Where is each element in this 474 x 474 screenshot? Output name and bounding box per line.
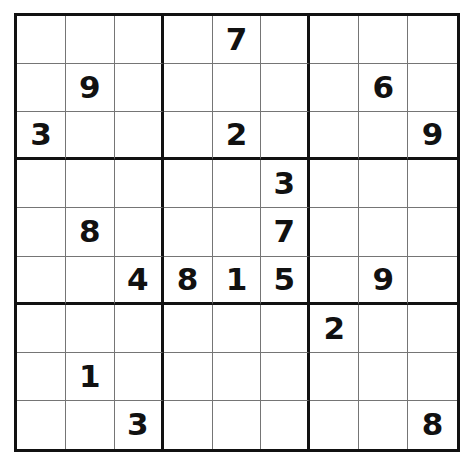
cell-r9c9[interactable]: 8 <box>408 401 457 449</box>
cell-r8c3[interactable] <box>115 353 164 401</box>
cell-r9c4[interactable] <box>164 401 213 449</box>
cell-r9c6[interactable] <box>261 401 310 449</box>
cell-r4c4[interactable] <box>164 160 213 208</box>
cell-r1c2[interactable] <box>66 16 115 64</box>
cell-r4c6[interactable]: 3 <box>261 160 310 208</box>
cell-r3c8[interactable] <box>359 112 408 160</box>
cell-r4c7[interactable] <box>310 160 359 208</box>
cell-r3c9[interactable]: 9 <box>408 112 457 160</box>
cell-r9c3[interactable]: 3 <box>115 401 164 449</box>
cell-r3c7[interactable] <box>310 112 359 160</box>
cell-r5c6[interactable]: 7 <box>261 208 310 256</box>
cell-r1c8[interactable] <box>359 16 408 64</box>
cell-r5c4[interactable] <box>164 208 213 256</box>
cell-r1c4[interactable] <box>164 16 213 64</box>
cell-r6c3[interactable]: 4 <box>115 257 164 305</box>
cell-r5c3[interactable] <box>115 208 164 256</box>
cell-r4c8[interactable] <box>359 160 408 208</box>
cell-r2c3[interactable] <box>115 64 164 112</box>
cell-r8c4[interactable] <box>164 353 213 401</box>
cell-r3c5[interactable]: 2 <box>213 112 262 160</box>
cell-r1c3[interactable] <box>115 16 164 64</box>
sudoku-board: 796329387481592138 <box>14 13 460 452</box>
cell-r7c8[interactable] <box>359 305 408 353</box>
cell-r8c7[interactable] <box>310 353 359 401</box>
cell-r4c9[interactable] <box>408 160 457 208</box>
cell-r6c1[interactable] <box>17 257 66 305</box>
cell-r2c2[interactable]: 9 <box>66 64 115 112</box>
cell-r5c5[interactable] <box>213 208 262 256</box>
cell-r6c7[interactable] <box>310 257 359 305</box>
cell-r6c6[interactable]: 5 <box>261 257 310 305</box>
cell-r4c1[interactable] <box>17 160 66 208</box>
cell-r7c9[interactable] <box>408 305 457 353</box>
cell-r4c5[interactable] <box>213 160 262 208</box>
cell-r8c9[interactable] <box>408 353 457 401</box>
cell-r5c2[interactable]: 8 <box>66 208 115 256</box>
cell-r7c7[interactable]: 2 <box>310 305 359 353</box>
cell-r7c4[interactable] <box>164 305 213 353</box>
cell-r6c5[interactable]: 1 <box>213 257 262 305</box>
cell-r1c5[interactable]: 7 <box>213 16 262 64</box>
cell-r2c9[interactable] <box>408 64 457 112</box>
cell-r1c9[interactable] <box>408 16 457 64</box>
cell-r7c6[interactable] <box>261 305 310 353</box>
cell-r2c1[interactable] <box>17 64 66 112</box>
cell-r7c2[interactable] <box>66 305 115 353</box>
cell-r5c8[interactable] <box>359 208 408 256</box>
cell-r3c1[interactable]: 3 <box>17 112 66 160</box>
cell-r4c2[interactable] <box>66 160 115 208</box>
cell-r9c1[interactable] <box>17 401 66 449</box>
cell-r3c2[interactable] <box>66 112 115 160</box>
cell-r6c4[interactable]: 8 <box>164 257 213 305</box>
cell-r2c8[interactable]: 6 <box>359 64 408 112</box>
cell-r7c3[interactable] <box>115 305 164 353</box>
cell-r3c6[interactable] <box>261 112 310 160</box>
cell-r9c8[interactable] <box>359 401 408 449</box>
cell-r1c1[interactable] <box>17 16 66 64</box>
cell-r7c1[interactable] <box>17 305 66 353</box>
cell-r6c8[interactable]: 9 <box>359 257 408 305</box>
cell-r9c2[interactable] <box>66 401 115 449</box>
cell-r2c5[interactable] <box>213 64 262 112</box>
cell-r8c5[interactable] <box>213 353 262 401</box>
cell-r8c8[interactable] <box>359 353 408 401</box>
cell-r6c9[interactable] <box>408 257 457 305</box>
cell-r2c7[interactable] <box>310 64 359 112</box>
cell-r3c4[interactable] <box>164 112 213 160</box>
cell-r1c7[interactable] <box>310 16 359 64</box>
cell-r8c6[interactable] <box>261 353 310 401</box>
cell-r8c1[interactable] <box>17 353 66 401</box>
cell-r7c5[interactable] <box>213 305 262 353</box>
cell-r1c6[interactable] <box>261 16 310 64</box>
cell-r9c7[interactable] <box>310 401 359 449</box>
cell-r5c7[interactable] <box>310 208 359 256</box>
cell-r2c4[interactable] <box>164 64 213 112</box>
cell-r3c3[interactable] <box>115 112 164 160</box>
cell-r5c1[interactable] <box>17 208 66 256</box>
cell-r2c6[interactable] <box>261 64 310 112</box>
cell-r6c2[interactable] <box>66 257 115 305</box>
page: 796329387481592138 <box>0 0 474 474</box>
cell-r4c3[interactable] <box>115 160 164 208</box>
cell-r8c2[interactable]: 1 <box>66 353 115 401</box>
cell-r9c5[interactable] <box>213 401 262 449</box>
cell-r5c9[interactable] <box>408 208 457 256</box>
